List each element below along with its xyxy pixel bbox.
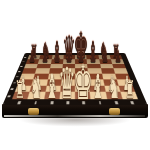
piece-black-pawn[interactable]: ♟ (102, 49, 109, 65)
piece-white-bishop[interactable]: ♝ (92, 70, 105, 103)
piece-white-rook[interactable]: ♜ (15, 78, 25, 102)
pieces-layer: ♜♞♝♛♚♝♞♜♟♟♟♟♟♟♟♟♟♟♟♟♟♟♟♟♜♞♝♛♚♝♞♜ (0, 0, 150, 150)
piece-white-knight[interactable]: ♞ (108, 74, 120, 103)
piece-black-pawn[interactable]: ♟ (41, 49, 48, 65)
chess-set-photo: ♜♞♝♛♚♝♞♜♟♟♟♟♟♟♟♟♟♟♟♟♟♟♟♟♜♞♝♛♚♝♞♜ (0, 0, 150, 150)
piece-white-bishop[interactable]: ♝ (45, 70, 58, 103)
piece-white-rook[interactable]: ♜ (125, 78, 135, 102)
piece-white-king[interactable]: ♚ (73, 58, 93, 107)
piece-white-knight[interactable]: ♞ (30, 74, 42, 103)
piece-black-pawn[interactable]: ♟ (29, 49, 36, 65)
piece-black-pawn[interactable]: ♟ (114, 49, 121, 65)
